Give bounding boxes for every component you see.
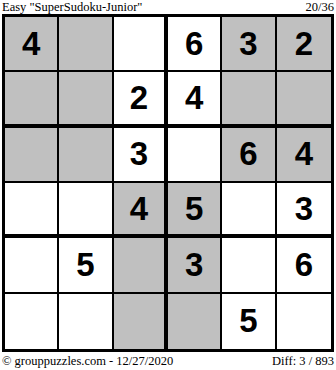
cell-r1c2[interactable] — [59, 17, 113, 72]
cell-r1c6[interactable]: 2 — [277, 17, 331, 72]
cell-r6c3[interactable] — [114, 294, 168, 349]
difficulty-text: Diff: 3 / 893 — [272, 354, 334, 369]
cell-r1c4[interactable]: 6 — [168, 17, 222, 72]
cell-r6c6[interactable] — [277, 294, 331, 349]
cell-r4c5[interactable] — [222, 183, 276, 238]
cell-r3c2[interactable] — [59, 128, 113, 183]
footer-bar: © grouppuzzles.com - 12/27/2020 Diff: 3 … — [0, 353, 336, 370]
cell-r1c1[interactable]: 4 — [5, 17, 59, 72]
cell-r3c1[interactable] — [5, 128, 59, 183]
sudoku-board: 4632243644535365 — [2, 14, 334, 352]
cell-r5c6[interactable]: 6 — [277, 238, 331, 293]
cell-r4c3[interactable]: 4 — [114, 183, 168, 238]
puzzle-title: Easy "SuperSudoku-Junior" — [2, 1, 142, 14]
cell-r5c4[interactable]: 3 — [168, 238, 222, 293]
cell-r3c5[interactable]: 6 — [222, 128, 276, 183]
cell-r3c4[interactable] — [168, 128, 222, 183]
header-bar: Easy "SuperSudoku-Junior" 20/36 — [0, 0, 336, 14]
cell-r2c3[interactable]: 2 — [114, 72, 168, 127]
cell-r5c2[interactable]: 5 — [59, 238, 113, 293]
cell-r4c2[interactable] — [59, 183, 113, 238]
cell-r2c4[interactable]: 4 — [168, 72, 222, 127]
givens-count: 20/36 — [306, 1, 334, 14]
cell-r5c1[interactable] — [5, 238, 59, 293]
cell-r4c1[interactable] — [5, 183, 59, 238]
cell-r2c6[interactable] — [277, 72, 331, 127]
cell-r6c5[interactable]: 5 — [222, 294, 276, 349]
cell-r3c3[interactable]: 3 — [114, 128, 168, 183]
copyright-text: © grouppuzzles.com - 12/27/2020 — [2, 354, 173, 369]
cell-r5c5[interactable] — [222, 238, 276, 293]
cell-r1c3[interactable] — [114, 17, 168, 72]
cell-r2c5[interactable] — [222, 72, 276, 127]
cell-r4c4[interactable]: 5 — [168, 183, 222, 238]
cell-r6c2[interactable] — [59, 294, 113, 349]
cell-r4c6[interactable]: 3 — [277, 183, 331, 238]
cell-r6c4[interactable] — [168, 294, 222, 349]
cell-r2c1[interactable] — [5, 72, 59, 127]
cell-r6c1[interactable] — [5, 294, 59, 349]
cell-r1c5[interactable]: 3 — [222, 17, 276, 72]
cell-r2c2[interactable] — [59, 72, 113, 127]
cell-r3c6[interactable]: 4 — [277, 128, 331, 183]
cell-r5c3[interactable] — [114, 238, 168, 293]
